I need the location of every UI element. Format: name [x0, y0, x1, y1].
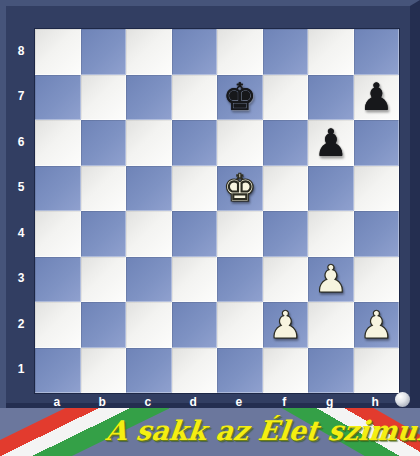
square-f8[interactable]: [263, 29, 309, 75]
square-h8[interactable]: [354, 29, 400, 75]
square-h1[interactable]: [354, 348, 400, 394]
square-b7[interactable]: [81, 75, 127, 121]
square-b1[interactable]: [81, 348, 127, 394]
square-c2[interactable]: [126, 302, 172, 348]
square-f6[interactable]: [263, 120, 309, 166]
square-a1[interactable]: [35, 348, 81, 394]
square-f4[interactable]: [263, 211, 309, 257]
rank-label-5: 5: [11, 165, 31, 211]
square-d3[interactable]: [172, 257, 218, 303]
square-h4[interactable]: [354, 211, 400, 257]
white-pawn-f2[interactable]: ♟: [268, 306, 302, 344]
square-c7[interactable]: [126, 75, 172, 121]
square-h2[interactable]: ♟: [354, 302, 400, 348]
board-frame: ♚♟♟♚♟♟♟ 87654321 abcdefgh: [0, 0, 420, 408]
square-d5[interactable]: [172, 166, 218, 212]
square-c4[interactable]: [126, 211, 172, 257]
rank-label-7: 7: [11, 74, 31, 120]
square-a4[interactable]: [35, 211, 81, 257]
square-c1[interactable]: [126, 348, 172, 394]
square-a3[interactable]: [35, 257, 81, 303]
square-b3[interactable]: [81, 257, 127, 303]
square-g3[interactable]: ♟: [308, 257, 354, 303]
square-f3[interactable]: [263, 257, 309, 303]
square-g1[interactable]: [308, 348, 354, 394]
square-c5[interactable]: [126, 166, 172, 212]
square-d7[interactable]: [172, 75, 218, 121]
rank-label-2: 2: [11, 301, 31, 347]
square-h7[interactable]: ♟: [354, 75, 400, 121]
square-c8[interactable]: [126, 29, 172, 75]
square-d1[interactable]: [172, 348, 218, 394]
square-e7[interactable]: ♚: [217, 75, 263, 121]
square-d2[interactable]: [172, 302, 218, 348]
square-e1[interactable]: [217, 348, 263, 394]
square-g4[interactable]: [308, 211, 354, 257]
square-g6[interactable]: ♟: [308, 120, 354, 166]
square-h5[interactable]: [354, 166, 400, 212]
rank-label-8: 8: [11, 28, 31, 74]
white-pawn-g3[interactable]: ♟: [314, 260, 348, 298]
white-pawn-h2[interactable]: ♟: [359, 306, 393, 344]
white-king-e5[interactable]: ♚: [223, 169, 257, 207]
square-f7[interactable]: [263, 75, 309, 121]
square-g2[interactable]: [308, 302, 354, 348]
black-pawn-g6[interactable]: ♟: [314, 124, 348, 162]
square-h6[interactable]: [354, 120, 400, 166]
chess-board: ♚♟♟♚♟♟♟: [34, 28, 400, 394]
square-a6[interactable]: [35, 120, 81, 166]
square-f2[interactable]: ♟: [263, 302, 309, 348]
black-king-e7[interactable]: ♚: [223, 78, 257, 116]
square-b2[interactable]: [81, 302, 127, 348]
rank-label-1: 1: [11, 347, 31, 393]
chess-app-window: ♚♟♟♚♟♟♟ 87654321 abcdefgh A sakk az Élet…: [0, 0, 420, 456]
square-h3[interactable]: [354, 257, 400, 303]
square-c3[interactable]: [126, 257, 172, 303]
square-b6[interactable]: [81, 120, 127, 166]
square-a2[interactable]: [35, 302, 81, 348]
square-g5[interactable]: [308, 166, 354, 212]
square-g8[interactable]: [308, 29, 354, 75]
square-c6[interactable]: [126, 120, 172, 166]
rank-label-4: 4: [11, 210, 31, 256]
square-g7[interactable]: [308, 75, 354, 121]
square-d4[interactable]: [172, 211, 218, 257]
black-pawn-h7[interactable]: ♟: [359, 78, 393, 116]
rank-label-6: 6: [11, 119, 31, 165]
banner: A sakk az Élet szimulátora: [0, 408, 420, 456]
banner-slogan: A sakk az Élet szimulátora: [104, 415, 420, 446]
side-to-move-indicator-icon: [395, 392, 410, 407]
square-e2[interactable]: [217, 302, 263, 348]
square-a8[interactable]: [35, 29, 81, 75]
rank-label-3: 3: [11, 256, 31, 302]
square-d6[interactable]: [172, 120, 218, 166]
square-b8[interactable]: [81, 29, 127, 75]
square-d8[interactable]: [172, 29, 218, 75]
square-b4[interactable]: [81, 211, 127, 257]
square-a7[interactable]: [35, 75, 81, 121]
square-a5[interactable]: [35, 166, 81, 212]
square-e3[interactable]: [217, 257, 263, 303]
square-f5[interactable]: [263, 166, 309, 212]
square-e8[interactable]: [217, 29, 263, 75]
square-e5[interactable]: ♚: [217, 166, 263, 212]
square-f1[interactable]: [263, 348, 309, 394]
square-e4[interactable]: [217, 211, 263, 257]
square-b5[interactable]: [81, 166, 127, 212]
square-e6[interactable]: [217, 120, 263, 166]
